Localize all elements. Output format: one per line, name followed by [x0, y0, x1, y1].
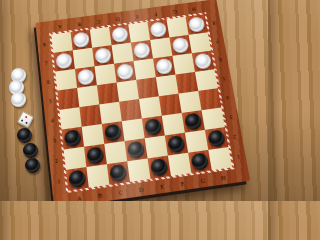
white-piece[interactable] [116, 63, 134, 80]
white-piece[interactable] [194, 53, 212, 70]
rank-label-1: 1 [53, 170, 65, 192]
black-piece[interactable] [86, 146, 104, 165]
file-label-A: A [68, 191, 90, 201]
rank-label-2: 2 [50, 150, 62, 172]
black-piece[interactable] [127, 141, 145, 159]
off-board-black-piece[interactable] [23, 143, 38, 158]
off-board-black-piece[interactable] [17, 128, 32, 143]
file-label-B: B [89, 188, 111, 201]
white-piece[interactable] [188, 16, 206, 32]
die-pip [21, 119, 24, 122]
white-piece[interactable] [55, 52, 72, 69]
die[interactable] [17, 111, 35, 129]
file-label-H: H [212, 170, 234, 184]
rank-label-3: 3 [48, 130, 60, 151]
square-h1[interactable] [208, 147, 232, 170]
rank-label-4: 4 [46, 110, 58, 131]
white-piece[interactable] [150, 21, 168, 38]
black-piece[interactable] [144, 118, 162, 136]
black-piece[interactable] [190, 152, 209, 171]
black-piece[interactable] [207, 129, 226, 147]
file-label-E: E [151, 179, 173, 193]
white-piece[interactable] [133, 42, 151, 59]
off-board-white-piece[interactable] [11, 92, 26, 107]
square-b1[interactable] [86, 164, 109, 188]
square-a1[interactable] [66, 167, 89, 191]
file-label-G: G [192, 173, 214, 187]
die-pip [25, 121, 28, 124]
white-piece[interactable] [155, 58, 173, 75]
die-pip [25, 116, 28, 119]
square-d1[interactable] [127, 158, 150, 181]
black-piece[interactable] [109, 164, 128, 183]
rank-label-7: 7 [41, 53, 53, 73]
black-piece[interactable] [150, 158, 169, 177]
white-piece[interactable] [94, 47, 112, 64]
off-board-black-piece[interactable] [25, 158, 40, 173]
black-piece[interactable] [68, 169, 86, 188]
black-piece[interactable] [104, 123, 122, 141]
square-c1[interactable] [107, 161, 130, 184]
white-piece[interactable] [111, 26, 128, 43]
file-label-D: D [130, 182, 152, 196]
rank-label-8: 8 [39, 35, 51, 55]
checkers-board: ABCDEFGH ABCDEFGH 12345678 12345678 [35, 0, 250, 201]
rank-label-5: 5 [44, 91, 56, 112]
playing-grid [51, 14, 232, 190]
wood-table-background: { "game": "checkers", "position": { "pdn… [0, 0, 268, 201]
white-piece[interactable] [73, 32, 90, 49]
file-label-F: F [171, 176, 193, 190]
black-piece[interactable] [64, 129, 82, 147]
decorative-checkered-strip [49, 12, 234, 193]
white-piece[interactable] [77, 68, 95, 85]
file-label-C: C [110, 185, 132, 199]
black-piece[interactable] [184, 112, 203, 130]
black-piece[interactable] [167, 135, 186, 153]
white-piece[interactable] [172, 37, 190, 54]
rank-label-6: 6 [42, 72, 54, 92]
